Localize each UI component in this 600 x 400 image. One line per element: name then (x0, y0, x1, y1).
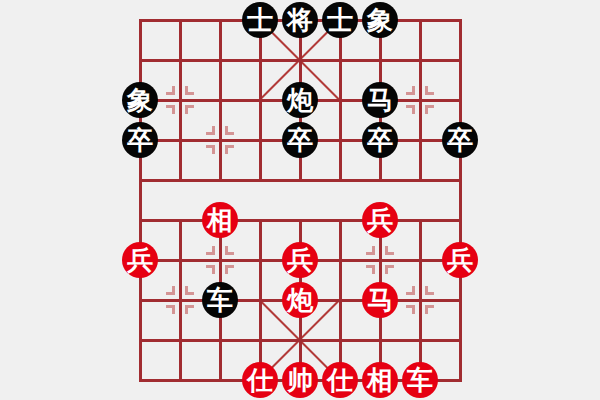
point-marker (385, 246, 394, 255)
red-horse-piece[interactable]: 马 (362, 282, 398, 318)
point-marker (166, 305, 175, 314)
point-marker (185, 86, 194, 95)
grid-line (179, 19, 182, 182)
black-cannon-piece[interactable]: 炮 (282, 82, 318, 118)
grid-line (339, 19, 342, 182)
point-marker (385, 265, 394, 274)
grid-line (139, 19, 142, 382)
point-marker (425, 105, 434, 114)
red-cannon-piece[interactable]: 炮 (282, 282, 318, 318)
grid-line (259, 219, 262, 382)
red-advisor-piece[interactable]: 仕 (242, 362, 278, 398)
point-marker (406, 286, 415, 295)
red-chariot-piece[interactable]: 车 (402, 362, 438, 398)
black-elephant-piece[interactable]: 象 (122, 82, 158, 118)
point-marker (206, 265, 215, 274)
point-marker (225, 145, 234, 154)
red-general-piece[interactable]: 帅 (282, 362, 318, 398)
point-marker (166, 105, 175, 114)
grid-line (459, 19, 462, 382)
red-soldier-piece[interactable]: 兵 (282, 242, 318, 278)
black-soldier-piece[interactable]: 卒 (282, 122, 318, 158)
point-marker (166, 286, 175, 295)
point-marker (185, 305, 194, 314)
point-marker (206, 246, 215, 255)
point-marker (425, 86, 434, 95)
point-marker (225, 126, 234, 135)
point-marker (206, 126, 215, 135)
point-marker (225, 246, 234, 255)
point-marker (406, 86, 415, 95)
red-soldier-piece[interactable]: 兵 (362, 202, 398, 238)
point-marker (185, 286, 194, 295)
black-elephant-piece[interactable]: 象 (362, 2, 398, 38)
point-marker (425, 305, 434, 314)
grid-line (219, 19, 222, 182)
red-soldier-piece[interactable]: 兵 (122, 242, 158, 278)
point-marker (206, 145, 215, 154)
grid-line (179, 219, 182, 382)
point-marker (366, 265, 375, 274)
black-advisor-piece[interactable]: 士 (242, 2, 278, 38)
point-marker (166, 86, 175, 95)
grid-line (419, 219, 422, 382)
grid-line (259, 19, 262, 182)
point-marker (225, 265, 234, 274)
red-elephant-piece[interactable]: 相 (362, 362, 398, 398)
black-general-piece[interactable]: 将 (282, 2, 318, 38)
black-horse-piece[interactable]: 马 (362, 82, 398, 118)
point-marker (406, 305, 415, 314)
grid-line (339, 219, 342, 382)
black-soldier-piece[interactable]: 卒 (122, 122, 158, 158)
grid-line (419, 19, 422, 182)
point-marker (406, 105, 415, 114)
black-advisor-piece[interactable]: 士 (322, 2, 358, 38)
red-elephant-piece[interactable]: 相 (202, 202, 238, 238)
point-marker (425, 286, 434, 295)
black-soldier-piece[interactable]: 卒 (442, 122, 478, 158)
red-soldier-piece[interactable]: 兵 (442, 242, 478, 278)
red-advisor-piece[interactable]: 仕 (322, 362, 358, 398)
point-marker (366, 246, 375, 255)
black-soldier-piece[interactable]: 卒 (362, 122, 398, 158)
black-chariot-piece[interactable]: 车 (202, 282, 238, 318)
xiangqi-board[interactable]: 士将士象象炮马卒卒卒卒车相兵兵兵兵炮马仕帅仕相车 (140, 20, 460, 380)
point-marker (185, 105, 194, 114)
